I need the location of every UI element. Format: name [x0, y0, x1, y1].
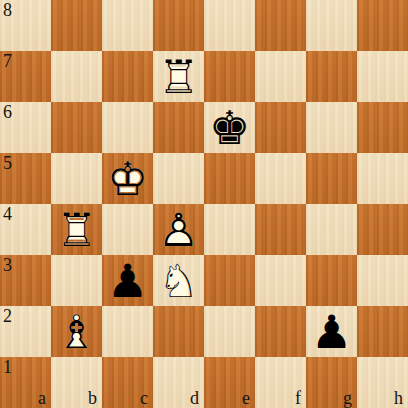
file-label-d: d: [190, 389, 199, 407]
square-c8[interactable]: [102, 0, 153, 51]
square-a1[interactable]: 1a: [0, 357, 51, 408]
square-g3[interactable]: [306, 255, 357, 306]
black-pawn-icon: ♟: [306, 306, 357, 357]
square-h4[interactable]: [357, 204, 408, 255]
square-c1[interactable]: c: [102, 357, 153, 408]
file-label-e: e: [242, 389, 250, 407]
piece-white-king: ♚♔: [102, 153, 153, 204]
file-label-a: a: [38, 389, 46, 407]
file-label-h: h: [394, 389, 403, 407]
white-bishop-outline-icon: ♗: [51, 306, 102, 357]
square-e2[interactable]: [204, 306, 255, 357]
square-f1[interactable]: f: [255, 357, 306, 408]
white-king-outline-icon: ♔: [102, 153, 153, 204]
black-pawn-icon: ♟: [102, 255, 153, 306]
square-d4[interactable]: ♟♙: [153, 204, 204, 255]
square-h5[interactable]: [357, 153, 408, 204]
square-d7[interactable]: ♜♖: [153, 51, 204, 102]
square-h1[interactable]: h: [357, 357, 408, 408]
square-g2[interactable]: ♟: [306, 306, 357, 357]
rank-label-4: 4: [3, 205, 12, 223]
square-c2[interactable]: [102, 306, 153, 357]
square-a3[interactable]: 3: [0, 255, 51, 306]
piece-white-rook: ♜♖: [153, 51, 204, 102]
square-e3[interactable]: [204, 255, 255, 306]
square-b6[interactable]: [51, 102, 102, 153]
rank-label-8: 8: [3, 1, 12, 19]
square-a4[interactable]: 4: [0, 204, 51, 255]
square-h2[interactable]: [357, 306, 408, 357]
square-g7[interactable]: [306, 51, 357, 102]
square-e1[interactable]: e: [204, 357, 255, 408]
square-a7[interactable]: 7: [0, 51, 51, 102]
rank-label-2: 2: [3, 307, 12, 325]
white-rook-outline-icon: ♖: [153, 51, 204, 102]
square-f5[interactable]: [255, 153, 306, 204]
file-label-g: g: [343, 389, 352, 407]
square-f2[interactable]: [255, 306, 306, 357]
piece-black-pawn: ♟: [306, 306, 357, 357]
piece-white-pawn: ♟♙: [153, 204, 204, 255]
square-h7[interactable]: [357, 51, 408, 102]
square-d5[interactable]: [153, 153, 204, 204]
file-label-c: c: [140, 389, 148, 407]
chess-board: 87♜♖6♚5♚♔4♜♖♟♙3♟♞♘2♝♗♟1abcdefgh: [0, 0, 408, 408]
white-knight-outline-icon: ♘: [153, 255, 204, 306]
square-d6[interactable]: [153, 102, 204, 153]
white-pawn-outline-icon: ♙: [153, 204, 204, 255]
square-c4[interactable]: [102, 204, 153, 255]
square-f3[interactable]: [255, 255, 306, 306]
square-a5[interactable]: 5: [0, 153, 51, 204]
black-king-icon: ♚: [204, 102, 255, 153]
piece-white-bishop: ♝♗: [51, 306, 102, 357]
rank-label-1: 1: [3, 358, 12, 376]
square-b2[interactable]: ♝♗: [51, 306, 102, 357]
square-c5[interactable]: ♚♔: [102, 153, 153, 204]
square-e8[interactable]: [204, 0, 255, 51]
square-b1[interactable]: b: [51, 357, 102, 408]
square-b8[interactable]: [51, 0, 102, 51]
piece-black-pawn: ♟: [102, 255, 153, 306]
square-a6[interactable]: 6: [0, 102, 51, 153]
square-h8[interactable]: [357, 0, 408, 51]
rank-label-6: 6: [3, 103, 12, 121]
square-d3[interactable]: ♞♘: [153, 255, 204, 306]
piece-black-king: ♚: [204, 102, 255, 153]
square-g1[interactable]: g: [306, 357, 357, 408]
square-f8[interactable]: [255, 0, 306, 51]
file-label-f: f: [295, 389, 301, 407]
white-rook-outline-icon: ♖: [51, 204, 102, 255]
square-e4[interactable]: [204, 204, 255, 255]
square-d8[interactable]: [153, 0, 204, 51]
square-c3[interactable]: ♟: [102, 255, 153, 306]
square-g5[interactable]: [306, 153, 357, 204]
rank-label-5: 5: [3, 154, 12, 172]
square-b4[interactable]: ♜♖: [51, 204, 102, 255]
square-f7[interactable]: [255, 51, 306, 102]
square-c6[interactable]: [102, 102, 153, 153]
square-b3[interactable]: [51, 255, 102, 306]
square-a2[interactable]: 2: [0, 306, 51, 357]
square-b5[interactable]: [51, 153, 102, 204]
square-d2[interactable]: [153, 306, 204, 357]
square-h3[interactable]: [357, 255, 408, 306]
rank-label-7: 7: [3, 52, 12, 70]
square-f6[interactable]: [255, 102, 306, 153]
square-f4[interactable]: [255, 204, 306, 255]
square-h6[interactable]: [357, 102, 408, 153]
square-g8[interactable]: [306, 0, 357, 51]
square-a8[interactable]: 8: [0, 0, 51, 51]
square-g4[interactable]: [306, 204, 357, 255]
square-c7[interactable]: [102, 51, 153, 102]
square-e6[interactable]: ♚: [204, 102, 255, 153]
piece-white-knight: ♞♘: [153, 255, 204, 306]
square-g6[interactable]: [306, 102, 357, 153]
rank-label-3: 3: [3, 256, 12, 274]
square-b7[interactable]: [51, 51, 102, 102]
square-e7[interactable]: [204, 51, 255, 102]
file-label-b: b: [88, 389, 97, 407]
square-e5[interactable]: [204, 153, 255, 204]
square-d1[interactable]: d: [153, 357, 204, 408]
piece-white-rook: ♜♖: [51, 204, 102, 255]
